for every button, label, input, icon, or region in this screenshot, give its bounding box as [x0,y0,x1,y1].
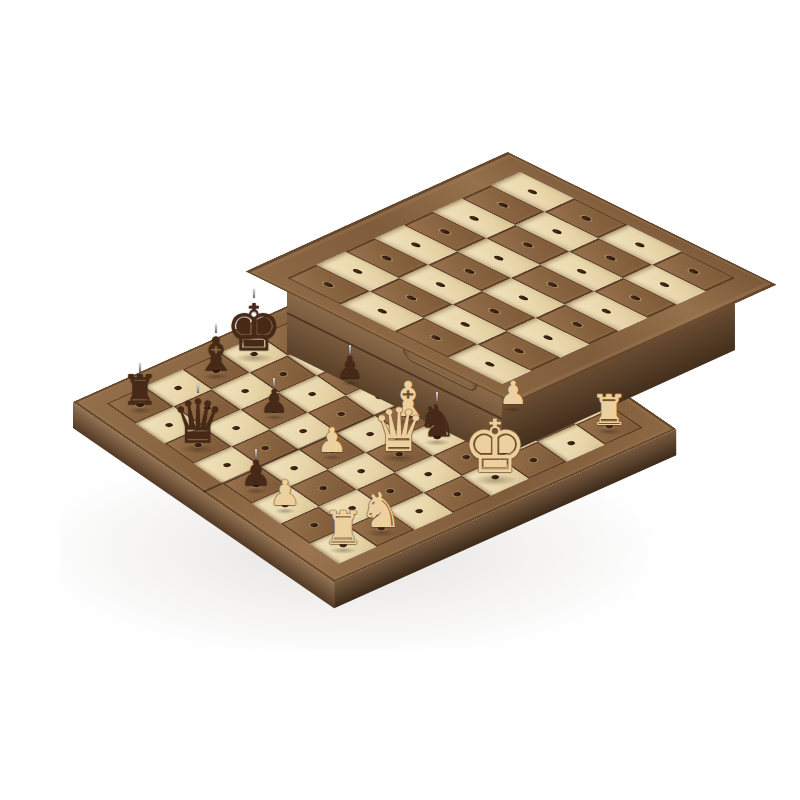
piece-shadow [381,453,418,463]
peg-pin [273,378,275,387]
peg-hole [629,295,642,301]
peg-hole [687,268,700,274]
peg-hole [380,255,393,261]
peg-hole [575,268,588,274]
peg-hole [497,202,510,208]
rook-icon: ♜ [120,370,161,411]
pawn-icon: ♟ [315,423,349,457]
rook-icon: ♜ [320,505,366,551]
peg-hole [452,491,462,497]
pawn-icon: ♟ [258,385,290,417]
peg-hole [405,295,418,301]
peg-hole [231,425,241,431]
piece-shadow [274,508,296,514]
pawn-icon: ♟ [268,476,303,511]
peg-hole [278,371,288,377]
rook-icon: ♜ [588,390,630,432]
peg-hole [260,445,270,451]
peg-hole [298,428,308,434]
peg-hole [571,321,584,327]
piece-shadow [341,381,360,386]
peg-hole [526,189,539,195]
peg-hole [459,321,472,327]
peg-pin [255,449,257,458]
piece-shadow [202,373,231,380]
peg-hole [488,308,501,314]
piece-shadow [596,428,622,435]
piece-white-rook-a8[interactable]: ♜ [320,505,366,551]
peg-hole [351,268,364,274]
peg-hole [307,391,317,397]
piece-shadow [264,415,284,420]
piece-shadow [473,474,518,486]
piece-black-queen-a3[interactable]: ♛ [168,391,228,451]
peg-hole [566,440,576,446]
peg-hole [222,462,232,468]
peg-hole [430,335,443,341]
peg-hole [551,229,564,235]
piece-shadow [245,488,267,494]
peg-pin [436,392,438,401]
peg-hole [468,215,481,221]
peg-hole [336,411,346,417]
peg-hole [322,282,335,288]
peg-hole [580,215,593,221]
peg-hole [463,268,476,274]
peg-hole [434,282,447,288]
piece-shadow [128,407,153,414]
king-icon: ♚ [459,410,532,483]
piece-black-rook-a1[interactable]: ♜ [120,370,161,411]
peg-hole [658,282,671,288]
peg-hole [439,229,452,235]
peg-hole [513,348,526,354]
product-photo-scene: ♚♝♟♟♜♟♝♜♞♛♟♛♚♟♟♞♜ [0,0,800,800]
peg-hole [517,295,530,301]
peg-hole [600,308,613,314]
piece-black-pawn-c3[interactable]: ♟ [258,385,290,417]
piece-shadow [329,547,358,554]
peg-pin [349,345,351,354]
peg-hole [409,242,422,248]
peg-hole [414,508,424,514]
peg-pin [215,324,217,333]
piece-white-rook-h8[interactable]: ♜ [588,390,630,432]
peg-hole [376,308,389,314]
piece-white-pawn-c5[interactable]: ♟ [315,423,349,457]
peg-hole [492,255,505,261]
piece-shadow [180,444,217,454]
peg-hole [309,522,319,528]
piece-shadow [366,529,396,537]
piece-black-bishop-c1[interactable]: ♝ [193,331,239,377]
queen-icon: ♛ [369,400,429,460]
peg-hole [604,255,617,261]
piece-white-pawn-a6[interactable]: ♟ [268,476,303,511]
peg-hole [240,388,250,394]
peg-pin [139,363,141,372]
peg-hole [356,468,366,474]
peg-hole [289,465,299,471]
peg-hole [542,335,555,341]
pawn-icon: ♟ [335,352,366,383]
peg-hole [633,242,646,248]
peg-hole [423,471,433,477]
peg-hole [521,242,534,248]
peg-pin [197,384,199,393]
queen-icon: ♛ [168,391,228,451]
piece-shadow [322,455,343,460]
piece-black-pawn-e3[interactable]: ♟ [335,352,366,383]
peg-hole [546,282,559,288]
peg-hole [318,485,328,491]
peg-pin [253,289,255,298]
piece-white-king-e8[interactable]: ♚ [459,410,532,483]
piece-white-queen-d6[interactable]: ♛ [369,400,429,460]
piece-shadow [234,353,274,363]
peg-hole [483,361,496,367]
bishop-icon: ♝ [193,331,239,377]
